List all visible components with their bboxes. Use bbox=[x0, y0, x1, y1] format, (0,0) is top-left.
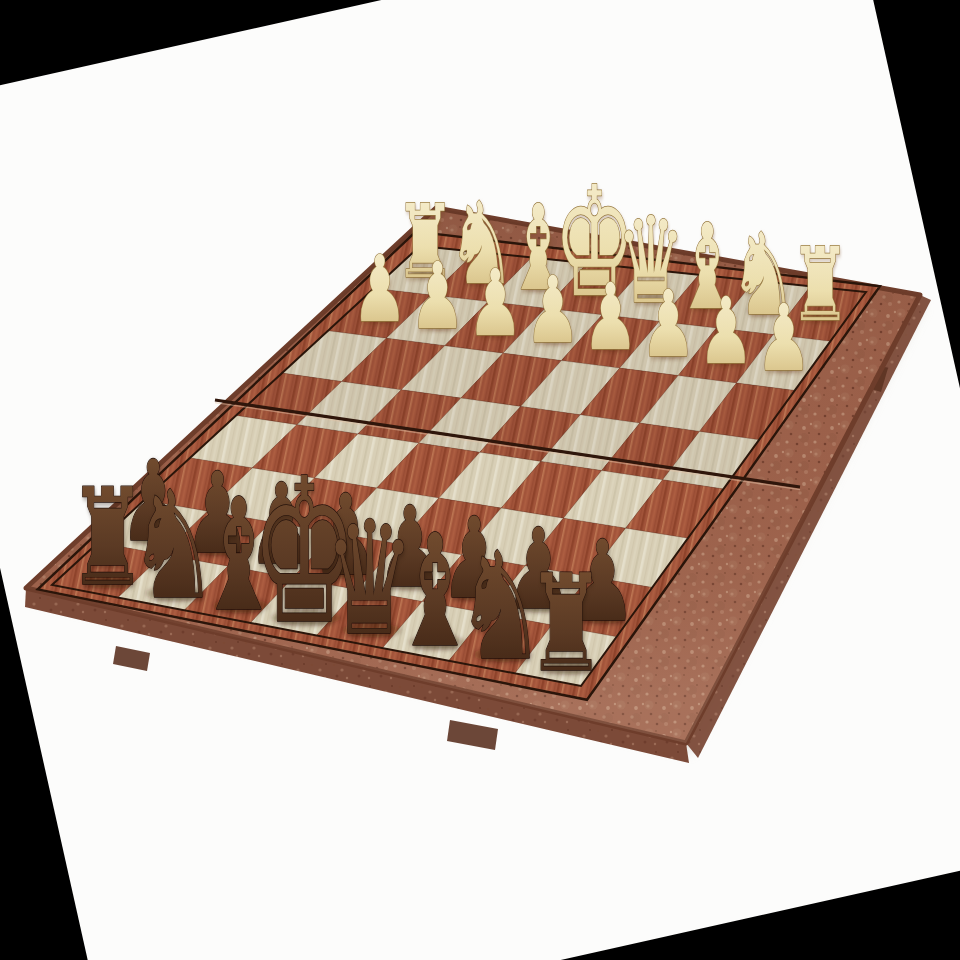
canvas: ♜♞♝♚♛♝♞♜♟♟♟♟♟♟♟♟♟♟♟♟♟♟♟♟♜♞♝♚♛♝♞♜ bbox=[0, 0, 960, 960]
piece-black-rook-a8[interactable]: ♜ bbox=[526, 546, 606, 702]
board-foot-2 bbox=[447, 720, 498, 750]
piece-white-pawn-a2[interactable]: ♟ bbox=[756, 285, 812, 393]
board-foot-1 bbox=[113, 646, 150, 671]
piece-white-pawn-f2[interactable]: ♟ bbox=[467, 249, 523, 357]
piece-white-pawn-d2[interactable]: ♟ bbox=[583, 264, 639, 372]
piece-white-pawn-h2[interactable]: ♟ bbox=[352, 235, 408, 343]
piece-white-pawn-e2[interactable]: ♟ bbox=[525, 257, 581, 365]
piece-white-pawn-c2[interactable]: ♟ bbox=[640, 271, 696, 379]
piece-white-pawn-b2[interactable]: ♟ bbox=[698, 278, 754, 386]
piece-white-pawn-g2[interactable]: ♟ bbox=[409, 242, 465, 350]
chessboard-scene: ♜♞♝♚♛♝♞♜♟♟♟♟♟♟♟♟♟♟♟♟♟♟♟♟♜♞♝♚♛♝♞♜ bbox=[0, 0, 960, 960]
